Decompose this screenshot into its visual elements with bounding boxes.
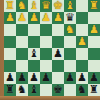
piece-yellow-pawn[interactable]: ♟ (76, 36, 88, 48)
square-f2[interactable]: ♟ (64, 72, 76, 84)
piece-yellow-rook[interactable]: ♜ (88, 0, 100, 12)
square-h5[interactable] (88, 36, 100, 48)
square-f1[interactable] (64, 84, 76, 96)
square-g5[interactable]: ♟ (76, 36, 88, 48)
square-d6[interactable] (40, 24, 52, 36)
piece-black-pawn[interactable]: ♟ (40, 72, 52, 84)
square-d7[interactable]: ♟ (40, 12, 52, 24)
piece-yellow-pawn[interactable]: ♟ (40, 12, 52, 24)
piece-yellow-pawn[interactable]: ♟ (88, 24, 100, 36)
square-e4[interactable]: ♟ (52, 48, 64, 60)
square-a1[interactable]: ♜ (4, 84, 16, 96)
square-f4[interactable] (64, 48, 76, 60)
square-d1[interactable] (40, 84, 52, 96)
square-f5[interactable] (64, 36, 76, 48)
piece-black-pawn[interactable]: ♟ (64, 72, 76, 84)
piece-black-rook[interactable]: ♜ (4, 84, 16, 96)
square-h8[interactable]: ♜ (88, 0, 100, 12)
square-e3[interactable] (52, 60, 64, 72)
square-a5[interactable] (4, 36, 16, 48)
square-e6[interactable] (52, 24, 64, 36)
square-f6[interactable]: ♞ (64, 24, 76, 36)
square-a6[interactable] (4, 24, 16, 36)
square-c6[interactable] (28, 24, 40, 36)
square-g1[interactable]: ♞ (76, 84, 88, 96)
square-a7[interactable]: ♟ (4, 12, 16, 24)
piece-yellow-knight[interactable]: ♞ (64, 24, 76, 36)
square-b4[interactable] (16, 48, 28, 60)
square-c1[interactable]: ♝ (28, 84, 40, 96)
square-h6[interactable]: ♟ (88, 24, 100, 36)
square-b7[interactable]: ♟ (16, 12, 28, 24)
chess-app-window: ♜♞♝♛♚♝♜♟♟♟♟♟♛♞♟♟♝♟♟♟♟♟♟♟♟♜♞♝♚♞♜ (0, 0, 100, 100)
square-d2[interactable]: ♟ (40, 72, 52, 84)
square-h1[interactable]: ♜ (88, 84, 100, 96)
square-e7[interactable]: ♟ (52, 12, 64, 24)
square-g4[interactable] (76, 48, 88, 60)
chess-board[interactable]: ♜♞♝♛♚♝♜♟♟♟♟♟♛♞♟♟♝♟♟♟♟♟♟♟♟♜♞♝♚♞♜ (4, 0, 100, 96)
square-b5[interactable] (16, 36, 28, 48)
piece-black-knight[interactable]: ♞ (16, 84, 28, 96)
piece-black-king[interactable]: ♚ (52, 84, 64, 96)
piece-yellow-pawn[interactable]: ♟ (4, 12, 16, 24)
square-a4[interactable] (4, 48, 16, 60)
piece-yellow-pawn[interactable]: ♟ (16, 12, 28, 24)
square-b1[interactable]: ♞ (16, 84, 28, 96)
square-g8[interactable] (76, 0, 88, 12)
piece-black-bishop[interactable]: ♝ (28, 84, 40, 96)
piece-yellow-pawn[interactable]: ♟ (28, 12, 40, 24)
piece-black-knight[interactable]: ♞ (76, 84, 88, 96)
square-d5[interactable] (40, 36, 52, 48)
square-c4[interactable]: ♝ (28, 48, 40, 60)
square-g7[interactable] (76, 12, 88, 24)
square-c7[interactable]: ♟ (28, 12, 40, 24)
square-b6[interactable] (16, 24, 28, 36)
piece-black-rook[interactable]: ♜ (88, 84, 100, 96)
piece-black-bishop[interactable]: ♝ (28, 48, 40, 60)
square-h4[interactable] (88, 48, 100, 60)
square-d4[interactable] (40, 48, 52, 60)
square-e1[interactable]: ♚ (52, 84, 64, 96)
piece-yellow-pawn[interactable]: ♟ (52, 12, 64, 24)
piece-black-pawn[interactable]: ♟ (52, 48, 64, 60)
